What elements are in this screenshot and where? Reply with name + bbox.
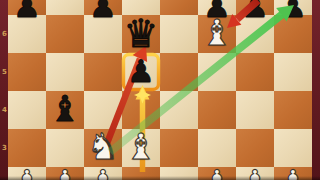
rank-label-3: 3 (1, 145, 8, 152)
square-h5[interactable] (274, 53, 312, 91)
square-f4[interactable] (198, 91, 236, 129)
square-e6[interactable] (160, 15, 198, 53)
black-pawn-h7[interactable]: ♟ (279, 0, 307, 22)
rank-label-6: 6 (1, 31, 8, 38)
square-a3[interactable] (8, 129, 46, 167)
white-bishop-d3[interactable]: ♝ (125, 129, 157, 165)
square-h4[interactable] (274, 91, 312, 129)
board-rank-5 (8, 53, 312, 91)
square-c4[interactable] (84, 91, 122, 129)
square-d4[interactable] (122, 91, 160, 129)
rank-label-5: 5 (1, 69, 8, 76)
black-bishop-b4[interactable]: ♝ (49, 91, 81, 127)
square-e5[interactable] (160, 53, 198, 91)
board-left-border (0, 0, 8, 180)
square-f3[interactable] (198, 129, 236, 167)
chess-video-thumbnail: ♟♟♟♟♟♛♝♟♝♞♝♟♟♟♟♟♟ 6543 (0, 0, 320, 180)
square-g3[interactable] (236, 129, 274, 167)
square-a5[interactable] (8, 53, 46, 91)
square-f5[interactable] (198, 53, 236, 91)
square-b5[interactable] (46, 53, 84, 91)
square-e3[interactable] (160, 129, 198, 167)
black-queen-d6[interactable]: ♛ (124, 14, 159, 53)
square-e4[interactable] (160, 91, 198, 129)
square-b7[interactable] (46, 0, 84, 15)
square-e7[interactable] (160, 0, 198, 15)
black-pawn-d5[interactable]: ♟ (127, 56, 155, 87)
square-h3[interactable] (274, 129, 312, 167)
white-bishop-f6[interactable]: ♝ (201, 15, 233, 51)
square-a4[interactable] (8, 91, 46, 129)
rank-label-4: 4 (1, 107, 8, 114)
black-pawn-c7[interactable]: ♟ (89, 0, 117, 22)
square-c5[interactable] (84, 53, 122, 91)
black-pawn-g7[interactable]: ♟ (241, 0, 269, 22)
square-g5[interactable] (236, 53, 274, 91)
black-pawn-a7[interactable]: ♟ (13, 0, 41, 22)
board-right-border (312, 0, 320, 180)
square-b6[interactable] (46, 15, 84, 53)
board-rank-3 (8, 129, 312, 167)
square-g4[interactable] (236, 91, 274, 129)
square-b3[interactable] (46, 129, 84, 167)
white-knight-c3[interactable]: ♞ (87, 129, 119, 165)
bottom-shadow (0, 176, 320, 180)
